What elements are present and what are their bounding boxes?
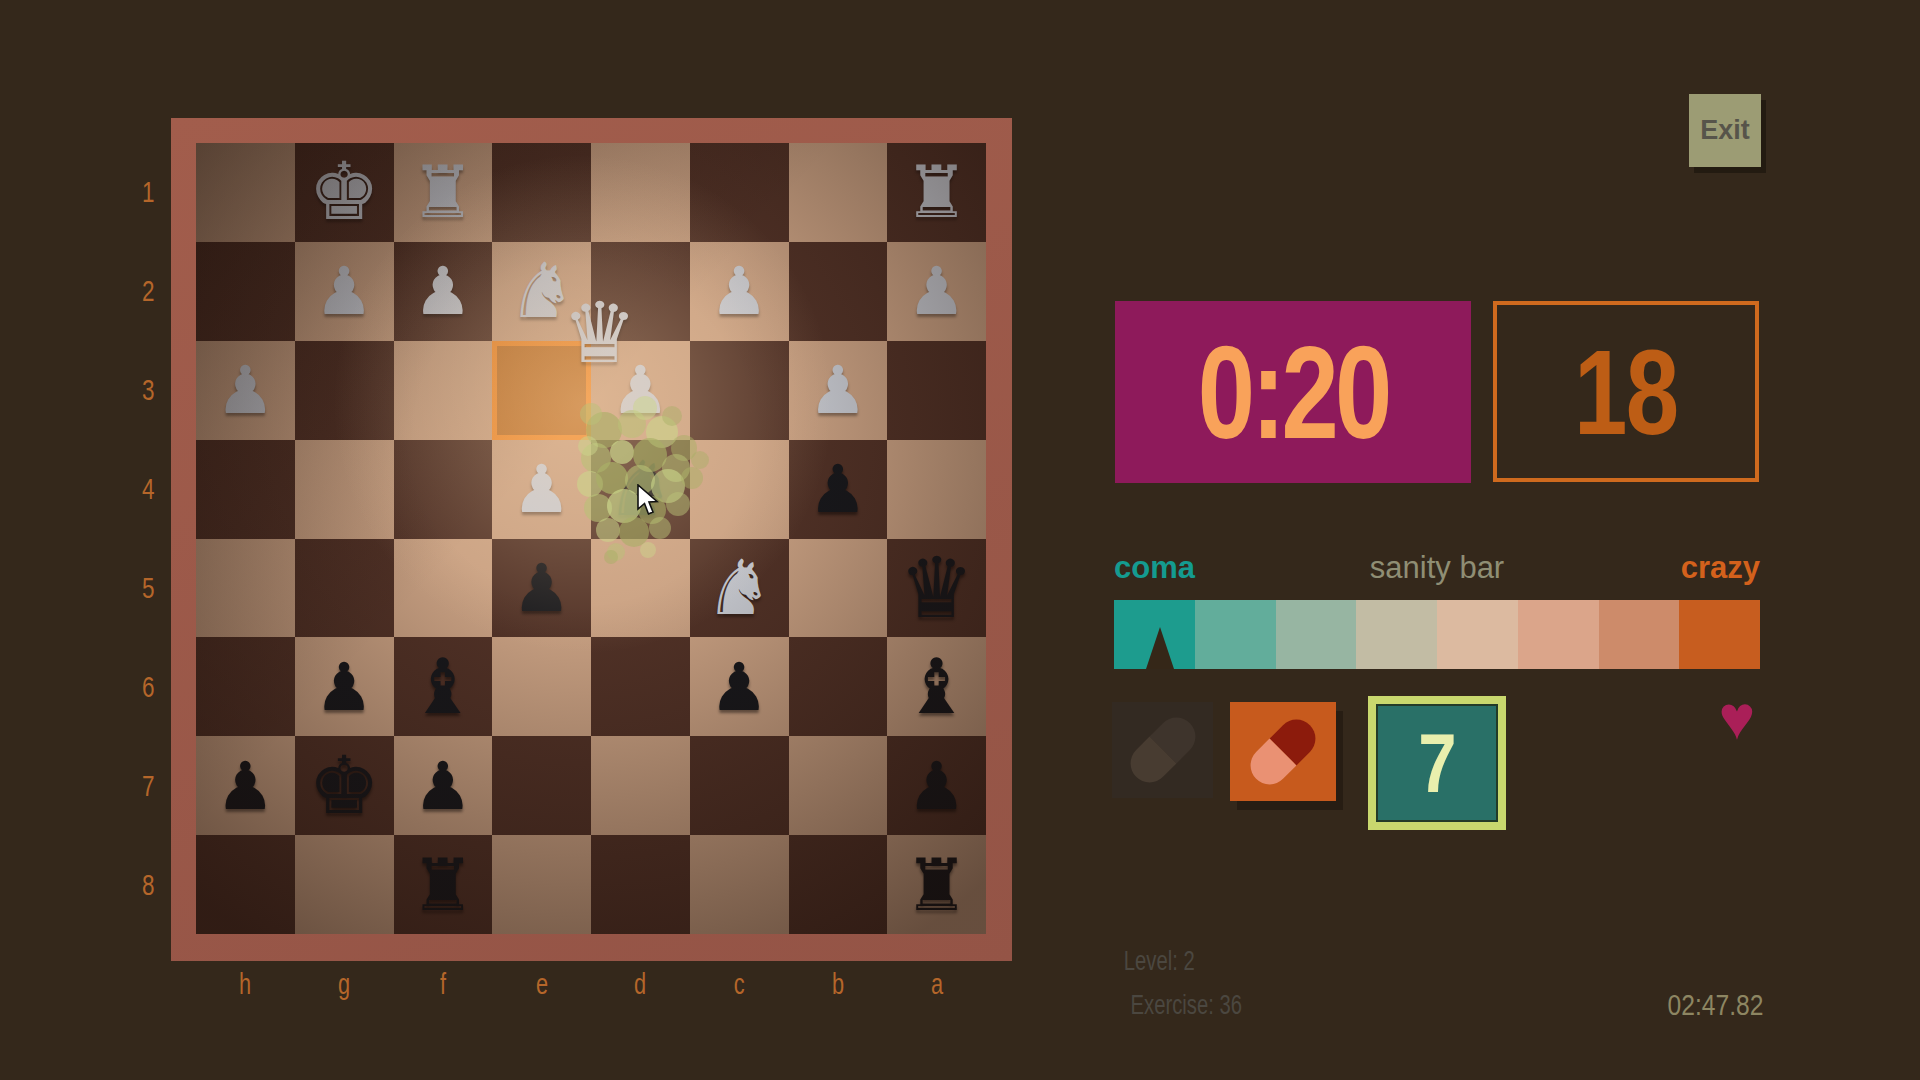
square-f5[interactable] [394,539,493,638]
square-e3[interactable]: ♛ [492,341,591,440]
file-labels: hgfedcba [196,966,986,1002]
square-g2[interactable]: ♟ [295,242,394,341]
pill-icon [1122,710,1203,791]
rank-label-7: 7 [126,736,170,835]
white-pawn-b3[interactable]: ♟ [789,341,888,440]
square-c4[interactable] [690,440,789,539]
square-g4[interactable] [295,440,394,539]
square-e7[interactable] [492,736,591,835]
square-f7[interactable]: ♟ [394,736,493,835]
square-d8[interactable] [591,835,690,934]
square-c7[interactable] [690,736,789,835]
black-pawn-e5[interactable]: ♟ [492,539,591,638]
square-d1[interactable] [591,143,690,242]
square-g5[interactable] [295,539,394,638]
black-rook-a8[interactable]: ♜ [887,835,986,934]
file-label-e: e [492,966,591,1002]
black-bishop-a6[interactable]: ♝ [887,637,986,736]
pill-count-box: 7 [1368,696,1506,830]
square-f3[interactable] [394,341,493,440]
black-pawn-b4[interactable]: ♟ [789,440,888,539]
exercise-label: Exercise: 36 [1112,990,1261,1021]
square-h1[interactable] [196,143,295,242]
game-screen: 12345678 hgfedcba ♚♜♜♟♟♞♟♟♟♛♟♟♟♞♟♟♞♛♟♝♟♝… [0,0,1920,1080]
file-label-d: d [591,966,690,1002]
pill-slot-depleted[interactable] [1112,702,1213,798]
chess-board[interactable]: ♚♜♜♟♟♞♟♟♟♛♟♟♟♞♟♟♞♛♟♝♟♝♟♚♟♟♜♜ [196,143,986,934]
square-f2[interactable]: ♟ [394,242,493,341]
square-g7[interactable]: ♚ [295,736,394,835]
sanity-bar-title: sanity bar [1114,550,1760,586]
square-b7[interactable] [789,736,888,835]
square-a7[interactable]: ♟ [887,736,986,835]
score-counter: 18 [1493,301,1759,482]
square-a4[interactable] [887,440,986,539]
file-label-a: a [887,966,986,1002]
square-g8[interactable] [295,835,394,934]
file-label-g: g [295,966,394,1002]
square-h4[interactable] [196,440,295,539]
file-label-f: f [394,966,493,1002]
white-pawn-h3[interactable]: ♟ [196,341,295,440]
file-label-h: h [196,966,295,1002]
square-c1[interactable] [690,143,789,242]
black-pawn-g6[interactable]: ♟ [295,637,394,736]
rank-labels: 12345678 [126,143,170,934]
sanity-marker-icon [1146,627,1174,669]
square-h7[interactable]: ♟ [196,736,295,835]
square-h2[interactable] [196,242,295,341]
square-b2[interactable] [789,242,888,341]
sanity-segment-2 [1195,600,1276,669]
file-label-c: c [690,966,789,1002]
square-c8[interactable] [690,835,789,934]
exit-label: Exit [1700,115,1750,146]
sanity-segment-5 [1437,600,1518,669]
rank-label-8: 8 [126,835,170,934]
pill-icon [1243,711,1324,792]
session-clock: 02:47.82 [1659,989,1772,1022]
score-value: 18 [1574,323,1678,461]
pill-slot-available[interactable] [1230,702,1336,801]
square-e8[interactable] [492,835,591,934]
white-knight-c5[interactable]: ♞ [690,539,789,638]
square-a8[interactable]: ♜ [887,835,986,934]
black-rook-f8[interactable]: ♜ [394,835,493,934]
sanity-bar-labels: coma sanity bar crazy [1114,550,1760,586]
black-bishop-f6[interactable]: ♝ [394,637,493,736]
square-d3[interactable]: ♟ [591,341,690,440]
square-g3[interactable] [295,341,394,440]
square-d6[interactable] [591,637,690,736]
square-a6[interactable]: ♝ [887,637,986,736]
white-rook-a1[interactable]: ♜ [887,143,986,242]
square-g6[interactable]: ♟ [295,637,394,736]
square-h5[interactable] [196,539,295,638]
rank-label-6: 6 [126,637,170,736]
black-pawn-h7[interactable]: ♟ [196,736,295,835]
square-h3[interactable]: ♟ [196,341,295,440]
square-g1[interactable]: ♚ [295,143,394,242]
square-e1[interactable] [492,143,591,242]
sanity-segment-3 [1276,600,1357,669]
sanity-segment-8 [1679,600,1760,669]
square-a2[interactable]: ♟ [887,242,986,341]
rank-label-1: 1 [126,143,170,242]
white-pawn-f2[interactable]: ♟ [394,242,493,341]
crazy-label: crazy [1681,550,1760,586]
square-f8[interactable]: ♜ [394,835,493,934]
black-king-g7[interactable]: ♚ [295,736,394,835]
square-h6[interactable] [196,637,295,736]
square-c6[interactable]: ♟ [690,637,789,736]
square-b6[interactable] [789,637,888,736]
square-c2[interactable]: ♟ [690,242,789,341]
square-e6[interactable] [492,637,591,736]
square-b8[interactable] [789,835,888,934]
black-queen-a5[interactable]: ♛ [887,539,986,638]
exit-button[interactable]: Exit [1689,94,1761,167]
square-e4[interactable]: ♟ [492,440,591,539]
square-h8[interactable] [196,835,295,934]
white-rook-f1[interactable]: ♜ [394,143,493,242]
square-e5[interactable]: ♟ [492,539,591,638]
timer-value: 0:20 [1198,317,1388,468]
white-pawn-e4[interactable]: ♟ [492,440,591,539]
square-a3[interactable] [887,341,986,440]
mouse-cursor-icon [637,484,659,520]
white-pawn-d3[interactable]: ♟ [591,341,690,440]
sanity-segment-4 [1356,600,1437,669]
sanity-bar [1114,600,1760,669]
timer-display: 0:20 [1115,301,1471,483]
square-a1[interactable]: ♜ [887,143,986,242]
sanity-segment-7 [1599,600,1680,669]
square-f4[interactable] [394,440,493,539]
file-label-b: b [789,966,888,1002]
black-pawn-f7[interactable]: ♟ [394,736,493,835]
square-b5[interactable] [789,539,888,638]
rank-label-2: 2 [126,242,170,341]
square-f1[interactable]: ♜ [394,143,493,242]
sanity-segment-6 [1518,600,1599,669]
square-b3[interactable]: ♟ [789,341,888,440]
black-pawn-a7[interactable]: ♟ [887,736,986,835]
square-b1[interactable] [789,143,888,242]
white-pawn-a2[interactable]: ♟ [887,242,986,341]
heart-icon: ♥ [1706,686,1768,748]
square-c3[interactable] [690,341,789,440]
white-pawn-g2[interactable]: ♟ [295,242,394,341]
square-d5[interactable] [591,539,690,638]
white-king-g1[interactable]: ♚ [295,143,394,242]
pill-count-value: 7 [1418,715,1456,812]
rank-label-4: 4 [126,440,170,539]
square-f6[interactable]: ♝ [394,637,493,736]
white-pawn-c2[interactable]: ♟ [690,242,789,341]
rank-label-3: 3 [126,341,170,440]
black-pawn-c6[interactable]: ♟ [690,637,789,736]
square-c5[interactable]: ♞ [690,539,789,638]
square-d7[interactable] [591,736,690,835]
square-a5[interactable]: ♛ [887,539,986,638]
level-label: Level: 2 [1112,946,1207,977]
rank-label-5: 5 [126,539,170,638]
square-b4[interactable]: ♟ [789,440,888,539]
